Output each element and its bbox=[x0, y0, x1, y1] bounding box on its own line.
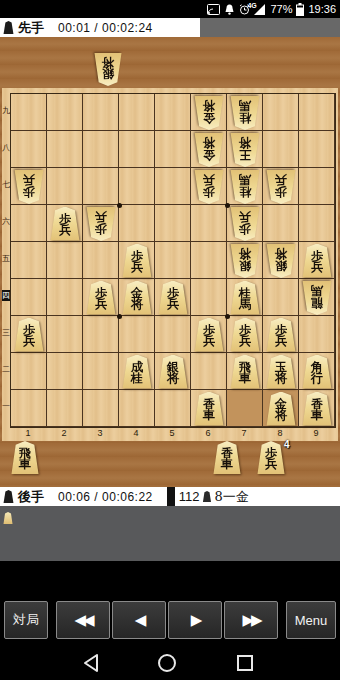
move-separator bbox=[167, 487, 175, 506]
square-6四[interactable] bbox=[191, 279, 227, 316]
file-label-5: 5 bbox=[154, 428, 190, 438]
piece-香車-gote[interactable]: 香 車 bbox=[193, 392, 225, 426]
square-3二[interactable] bbox=[83, 353, 119, 390]
square-2四[interactable] bbox=[47, 279, 83, 316]
square-4九[interactable] bbox=[119, 94, 155, 131]
piece-銀将-gote[interactable]: 銀 将 bbox=[157, 355, 189, 389]
gote-clock: 00:06 / 00:06:22 bbox=[58, 490, 153, 504]
rank-label-七: 七 bbox=[2, 179, 10, 190]
square-2一[interactable] bbox=[47, 390, 83, 427]
square-5六[interactable] bbox=[155, 205, 191, 242]
square-3三[interactable] bbox=[83, 316, 119, 353]
clock-text: 19:36 bbox=[308, 3, 336, 15]
file-label-4: 4 bbox=[118, 428, 154, 438]
piece-歩兵-gote[interactable]: 歩 兵 bbox=[256, 441, 286, 474]
square-8四[interactable] bbox=[263, 279, 299, 316]
board-panel: 九八七六五四三二一 金 将桂 馬金 将王 将歩 兵歩 兵桂 馬歩 兵歩 兵歩 兵… bbox=[2, 88, 338, 441]
piece-銀将-sente[interactable]: 銀 将 bbox=[265, 244, 297, 278]
square-1六[interactable] bbox=[11, 205, 47, 242]
square-2八[interactable] bbox=[47, 131, 83, 168]
square-1九[interactable] bbox=[11, 94, 47, 131]
square-4八[interactable] bbox=[119, 131, 155, 168]
home-icon[interactable] bbox=[157, 653, 177, 673]
file-label-9: 9 bbox=[298, 428, 334, 438]
bottom-area: 対局 ◀◀ ◀ ▶ ▶▶ Menu bbox=[0, 561, 340, 680]
square-8九[interactable] bbox=[263, 94, 299, 131]
square-6五[interactable] bbox=[191, 242, 227, 279]
square-1四[interactable] bbox=[11, 279, 47, 316]
rank-label-五: 五 bbox=[2, 253, 10, 264]
square-5八[interactable] bbox=[155, 131, 191, 168]
android-navbar bbox=[0, 645, 340, 680]
square-4三[interactable] bbox=[119, 316, 155, 353]
piece-銀将-sente[interactable]: 銀 将 bbox=[229, 244, 261, 278]
piece-歩兵-gote[interactable]: 歩 兵 bbox=[13, 318, 45, 352]
piece-歩兵-gote[interactable]: 歩 兵 bbox=[85, 281, 117, 315]
square-3五[interactable] bbox=[83, 242, 119, 279]
rank-label-三: 三 bbox=[2, 327, 10, 338]
file-label-3: 3 bbox=[82, 428, 118, 438]
status-bar: 4G 77% 19:36 bbox=[0, 0, 340, 18]
gote-name: 後手 bbox=[18, 488, 44, 506]
rank-label-一: 一 bbox=[2, 401, 10, 412]
cast-icon bbox=[207, 4, 220, 15]
bell-icon bbox=[224, 4, 235, 15]
piece-飛車-gote[interactable]: 飛 車 bbox=[10, 441, 40, 474]
battery-icon bbox=[296, 3, 304, 16]
piece-成桂-gote[interactable]: 成 桂 bbox=[121, 355, 153, 389]
rank-label-四: 四 bbox=[2, 290, 10, 301]
square-5七[interactable] bbox=[155, 168, 191, 205]
file-label-8: 8 bbox=[262, 428, 298, 438]
square-8八[interactable] bbox=[263, 131, 299, 168]
rewind-start-button[interactable]: ◀◀ bbox=[56, 601, 110, 639]
square-3七[interactable] bbox=[83, 168, 119, 205]
gote-piece-icon bbox=[3, 490, 14, 503]
piece-歩兵-gote[interactable]: 歩 兵 bbox=[301, 244, 333, 278]
piece-飛車-gote[interactable]: 飛 車 bbox=[229, 355, 261, 389]
square-5九[interactable] bbox=[155, 94, 191, 131]
shogi-app: 4G 77% 19:36 先手 00:01 / 00:02:24 九八七六五四三… bbox=[0, 0, 340, 680]
star-point bbox=[117, 203, 122, 208]
toolbar: 対局 ◀◀ ◀ ▶ ▶▶ Menu bbox=[0, 601, 340, 641]
move-number: 112 bbox=[179, 489, 200, 504]
file-label-1: 1 bbox=[10, 428, 46, 438]
battery-percent: 77% bbox=[270, 3, 292, 15]
back-icon[interactable] bbox=[82, 653, 100, 673]
piece-歩兵-gote[interactable]: 歩 兵 bbox=[193, 318, 225, 352]
piece-金将-sente[interactable]: 金 将 bbox=[193, 96, 225, 130]
square-4七[interactable] bbox=[119, 168, 155, 205]
square-5三[interactable] bbox=[155, 316, 191, 353]
square-3一[interactable] bbox=[83, 390, 119, 427]
piece-歩兵-gote[interactable]: 歩 兵 bbox=[229, 318, 261, 352]
piece-玉将-gote[interactable]: 玉 将 bbox=[265, 355, 297, 389]
square-3八[interactable] bbox=[83, 131, 119, 168]
piece-歩兵-sente[interactable]: 歩 兵 bbox=[85, 207, 117, 241]
shogi-board[interactable]: 金 将桂 馬金 将王 将歩 兵歩 兵桂 馬歩 兵歩 兵歩 兵歩 兵歩 兵銀 将銀… bbox=[10, 93, 336, 428]
square-2五[interactable] bbox=[47, 242, 83, 279]
piece-桂馬-sente[interactable]: 桂 馬 bbox=[229, 170, 261, 204]
square-5五[interactable] bbox=[155, 242, 191, 279]
square-4六[interactable] bbox=[119, 205, 155, 242]
square-9八[interactable] bbox=[299, 131, 335, 168]
sente-player-bar: 先手 00:01 / 00:02:24 bbox=[0, 18, 340, 37]
piece-歩兵-gote[interactable]: 歩 兵 bbox=[157, 281, 189, 315]
rank-label-六: 六 bbox=[2, 216, 10, 227]
square-1八[interactable] bbox=[11, 131, 47, 168]
sente-piece-icon bbox=[3, 21, 14, 34]
square-6二[interactable] bbox=[191, 353, 227, 390]
hand-count: 4 bbox=[284, 439, 290, 450]
square-2三[interactable] bbox=[47, 316, 83, 353]
piece-桂馬-gote[interactable]: 桂 馬 bbox=[229, 281, 261, 315]
square-8六[interactable] bbox=[263, 205, 299, 242]
square-9九[interactable] bbox=[299, 94, 335, 131]
square-1五[interactable] bbox=[11, 242, 47, 279]
piece-歩兵-gote[interactable]: 歩 兵 bbox=[265, 318, 297, 352]
board-wood-area: 九八七六五四三二一 金 将桂 馬金 将王 将歩 兵歩 兵桂 馬歩 兵歩 兵歩 兵… bbox=[0, 37, 340, 487]
rank-label-九: 九 bbox=[2, 105, 10, 116]
piece-金将-sente[interactable]: 金 将 bbox=[193, 133, 225, 167]
piece-龍馬-sente[interactable]: 龍 馬 bbox=[301, 281, 333, 315]
recents-icon[interactable] bbox=[236, 653, 254, 673]
info-panel bbox=[0, 506, 340, 561]
square-4一[interactable] bbox=[119, 390, 155, 427]
square-5一[interactable] bbox=[155, 390, 191, 427]
square-3九[interactable] bbox=[83, 94, 119, 131]
piece-金将-gote[interactable]: 金 将 bbox=[265, 392, 297, 426]
step-back-button[interactable]: ◀ bbox=[112, 601, 166, 639]
piece-歩兵-gote[interactable]: 歩 兵 bbox=[121, 244, 153, 278]
tiny-piece-icon bbox=[3, 512, 13, 524]
piece-桂馬-sente[interactable]: 桂 馬 bbox=[229, 96, 261, 130]
step-forward-button[interactable]: ▶ bbox=[168, 601, 222, 639]
piece-歩兵-sente[interactable]: 歩 兵 bbox=[229, 207, 261, 241]
square-6六[interactable] bbox=[191, 205, 227, 242]
play-button[interactable]: 対局 bbox=[4, 601, 48, 639]
file-label-7: 7 bbox=[226, 428, 262, 438]
square-9六[interactable] bbox=[299, 205, 335, 242]
piece-香車-gote[interactable]: 香 車 bbox=[212, 441, 242, 474]
move-piece-icon bbox=[202, 491, 211, 502]
file-label-2: 2 bbox=[46, 428, 82, 438]
piece-銀将-sente[interactable]: 銀 将 bbox=[93, 53, 123, 86]
piece-角行-gote[interactable]: 角 行 bbox=[301, 355, 333, 389]
square-2九[interactable] bbox=[47, 94, 83, 131]
rank-labels: 九八七六五四三二一 bbox=[2, 93, 10, 426]
signal-icon: 4G bbox=[254, 4, 266, 15]
piece-歩兵-sente[interactable]: 歩 兵 bbox=[265, 170, 297, 204]
piece-歩兵-sente[interactable]: 歩 兵 bbox=[13, 170, 45, 204]
square-9七[interactable] bbox=[299, 168, 335, 205]
sente-clock: 00:01 / 00:02:24 bbox=[58, 21, 153, 35]
piece-歩兵-sente[interactable]: 歩 兵 bbox=[193, 170, 225, 204]
menu-button[interactable]: Menu bbox=[286, 601, 336, 639]
fast-forward-button[interactable]: ▶▶ bbox=[224, 601, 278, 639]
square-7一[interactable] bbox=[227, 390, 263, 427]
piece-王将-sente[interactable]: 王 将 bbox=[229, 133, 261, 167]
square-1一[interactable] bbox=[11, 390, 47, 427]
square-1二[interactable] bbox=[11, 353, 47, 390]
last-move: 8一金 bbox=[214, 488, 248, 506]
sente-name: 先手 bbox=[18, 19, 44, 37]
rank-label-八: 八 bbox=[2, 142, 10, 153]
piece-歩兵-gote[interactable]: 歩 兵 bbox=[49, 207, 81, 241]
gote-player-bar: 後手 00:06 / 00:06:22 112 8一金 bbox=[0, 487, 340, 506]
sente-bar-gray-section bbox=[200, 18, 340, 37]
file-label-6: 6 bbox=[190, 428, 226, 438]
piece-金将-gote[interactable]: 金 将 bbox=[121, 281, 153, 315]
piece-香車-gote[interactable]: 香 車 bbox=[301, 392, 333, 426]
square-9三[interactable] bbox=[299, 316, 335, 353]
square-2二[interactable] bbox=[47, 353, 83, 390]
rank-label-二: 二 bbox=[2, 364, 10, 375]
square-2七[interactable] bbox=[47, 168, 83, 205]
